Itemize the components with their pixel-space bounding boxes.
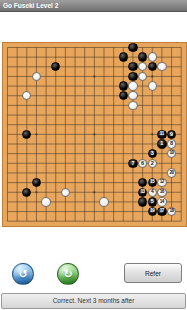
redo-arrow-icon: ↻ — [63, 268, 72, 281]
black-stone-move-11: 11 — [157, 130, 166, 139]
white-stone — [99, 197, 108, 206]
black-stone — [119, 52, 128, 61]
white-stone — [61, 188, 70, 197]
black-stone-move-17: 17 — [157, 207, 166, 216]
white-stone — [148, 52, 157, 61]
white-stone-move-8: 8 — [167, 139, 176, 148]
white-stone-move-12: 12 — [157, 178, 166, 187]
black-stone-move-19: 19 — [148, 207, 157, 216]
white-stone — [148, 81, 157, 90]
white-stone-move-16: 16 — [157, 188, 166, 197]
black-stone — [128, 72, 137, 81]
redo-button[interactable]: ↻ — [57, 263, 79, 285]
black-stone — [128, 43, 137, 52]
white-stone — [128, 101, 137, 110]
black-stone-move-7: 7 — [128, 159, 137, 168]
undo-button[interactable]: ↺ — [12, 263, 34, 285]
black-stone-move-1: 1 — [157, 139, 166, 148]
white-stone — [128, 91, 137, 100]
black-stone — [138, 52, 147, 61]
undo-arrow-icon: ↺ — [18, 268, 27, 281]
black-stone — [138, 197, 147, 206]
white-stone — [41, 197, 50, 206]
white-stone-move-14: 14 — [157, 197, 166, 206]
black-stone-move-5: 5 — [148, 197, 157, 206]
refer-button[interactable]: Refer — [124, 263, 182, 283]
white-stone-move-4: 4 — [148, 188, 157, 197]
black-stone — [119, 81, 128, 90]
status-bar: Correct. Next 3 months after — [1, 293, 186, 309]
title-bar: Go Fuseki Level 2 — [0, 0, 187, 12]
app-title: Go Fuseki Level 2 — [3, 2, 58, 9]
status-message: Correct. Next 3 months after — [53, 297, 135, 304]
white-stone-move-20: 20 — [167, 168, 176, 177]
go-board[interactable]: 1234567891011121314151617181920 — [2, 42, 187, 227]
black-stone — [128, 62, 137, 71]
white-stone — [128, 81, 137, 90]
white-stone — [157, 62, 166, 71]
white-stone-move-2: 2 — [148, 159, 157, 168]
